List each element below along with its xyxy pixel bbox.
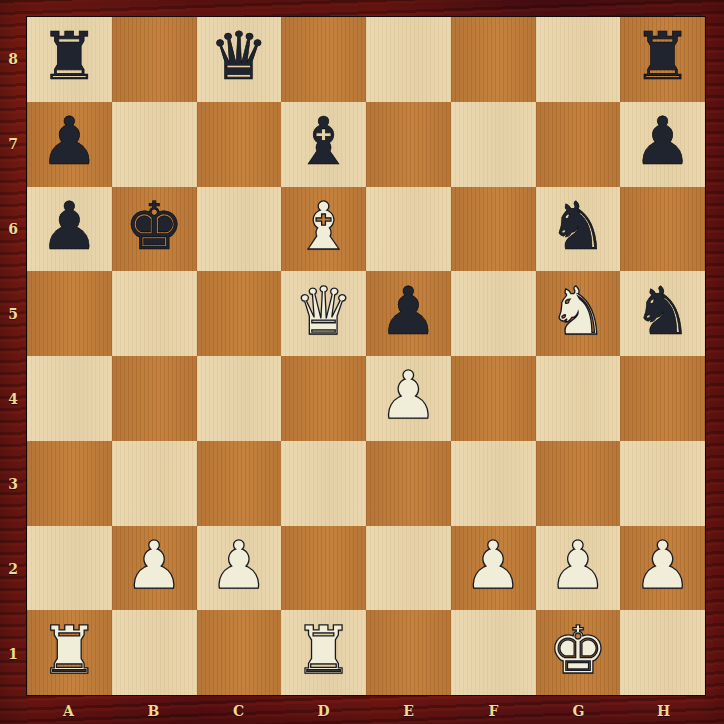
square-d7[interactable]: ♝: [281, 102, 366, 187]
file-label-g: G: [536, 697, 621, 724]
square-f2[interactable]: ♟: [451, 526, 536, 611]
white-knight-g5[interactable]: ♞: [548, 279, 607, 345]
square-d8[interactable]: [281, 17, 366, 102]
square-b3[interactable]: [112, 441, 197, 526]
square-e6[interactable]: [366, 187, 451, 272]
square-d1[interactable]: ♜: [281, 610, 366, 695]
rank-label-1: 1: [0, 611, 26, 696]
square-d3[interactable]: [281, 441, 366, 526]
square-b4[interactable]: [112, 356, 197, 441]
square-e1[interactable]: [366, 610, 451, 695]
square-b7[interactable]: [112, 102, 197, 187]
square-d4[interactable]: [281, 356, 366, 441]
square-h6[interactable]: [620, 187, 705, 272]
rank-label-4: 4: [0, 356, 26, 441]
white-pawn-c2[interactable]: ♟: [209, 533, 268, 599]
rank-label-8: 8: [0, 16, 26, 101]
board: ♜♛♜♟♝♟♟♚♝♞♛♟♞♞♟♟♟♟♟♟♜♜♚: [26, 16, 706, 696]
square-e4[interactable]: ♟: [366, 356, 451, 441]
square-b8[interactable]: [112, 17, 197, 102]
rank-labels: 87654321: [0, 16, 26, 696]
white-pawn-e4[interactable]: ♟: [379, 363, 438, 429]
black-pawn-a7[interactable]: ♟: [40, 109, 99, 175]
white-rook-d1[interactable]: ♜: [294, 618, 353, 684]
square-d2[interactable]: [281, 526, 366, 611]
square-a7[interactable]: ♟: [27, 102, 112, 187]
square-f8[interactable]: [451, 17, 536, 102]
black-queen-c8[interactable]: ♛: [209, 24, 268, 90]
square-e5[interactable]: ♟: [366, 271, 451, 356]
square-f7[interactable]: [451, 102, 536, 187]
rank-label-2: 2: [0, 526, 26, 611]
square-e3[interactable]: [366, 441, 451, 526]
square-a3[interactable]: [27, 441, 112, 526]
square-c5[interactable]: [197, 271, 282, 356]
file-label-e: E: [366, 697, 451, 724]
rank-label-6: 6: [0, 186, 26, 271]
white-bishop-d6[interactable]: ♝: [294, 194, 353, 260]
file-label-a: A: [26, 697, 111, 724]
square-c6[interactable]: [197, 187, 282, 272]
file-label-h: H: [621, 697, 706, 724]
white-queen-d5[interactable]: ♛: [294, 279, 353, 345]
file-label-b: B: [111, 697, 196, 724]
square-g8[interactable]: [536, 17, 621, 102]
square-g1[interactable]: ♚: [536, 610, 621, 695]
black-pawn-e5[interactable]: ♟: [379, 279, 438, 345]
square-f6[interactable]: [451, 187, 536, 272]
square-d5[interactable]: ♛: [281, 271, 366, 356]
square-h2[interactable]: ♟: [620, 526, 705, 611]
white-pawn-h2[interactable]: ♟: [633, 533, 692, 599]
square-h5[interactable]: ♞: [620, 271, 705, 356]
square-c1[interactable]: [197, 610, 282, 695]
square-b6[interactable]: ♚: [112, 187, 197, 272]
black-rook-a8[interactable]: ♜: [40, 24, 99, 90]
square-h7[interactable]: ♟: [620, 102, 705, 187]
square-g5[interactable]: ♞: [536, 271, 621, 356]
square-f5[interactable]: [451, 271, 536, 356]
square-c3[interactable]: [197, 441, 282, 526]
square-f4[interactable]: [451, 356, 536, 441]
square-g7[interactable]: [536, 102, 621, 187]
black-bishop-d7[interactable]: ♝: [294, 109, 353, 175]
square-h4[interactable]: [620, 356, 705, 441]
square-f1[interactable]: [451, 610, 536, 695]
square-c2[interactable]: ♟: [197, 526, 282, 611]
square-h8[interactable]: ♜: [620, 17, 705, 102]
rank-label-3: 3: [0, 441, 26, 526]
file-label-c: C: [196, 697, 281, 724]
square-c8[interactable]: ♛: [197, 17, 282, 102]
rank-label-5: 5: [0, 271, 26, 356]
square-e7[interactable]: [366, 102, 451, 187]
square-g3[interactable]: [536, 441, 621, 526]
square-a6[interactable]: ♟: [27, 187, 112, 272]
white-rook-a1[interactable]: ♜: [40, 618, 99, 684]
square-b5[interactable]: [112, 271, 197, 356]
black-king-b6[interactable]: ♚: [125, 194, 184, 260]
white-pawn-b2[interactable]: ♟: [125, 533, 184, 599]
square-c4[interactable]: [197, 356, 282, 441]
square-d6[interactable]: ♝: [281, 187, 366, 272]
square-b2[interactable]: ♟: [112, 526, 197, 611]
file-labels: ABCDEFGH: [26, 697, 706, 724]
square-g2[interactable]: ♟: [536, 526, 621, 611]
square-g6[interactable]: ♞: [536, 187, 621, 272]
white-pawn-f2[interactable]: ♟: [464, 533, 523, 599]
square-g4[interactable]: [536, 356, 621, 441]
white-pawn-g2[interactable]: ♟: [548, 533, 607, 599]
square-b1[interactable]: [112, 610, 197, 695]
square-a2[interactable]: [27, 526, 112, 611]
black-pawn-h7[interactable]: ♟: [633, 109, 692, 175]
square-h3[interactable]: [620, 441, 705, 526]
square-h1[interactable]: [620, 610, 705, 695]
board-frame: 87654321 ♜♛♜♟♝♟♟♚♝♞♛♟♞♞♟♟♟♟♟♟♜♜♚ ABCDEFG…: [0, 0, 724, 724]
black-rook-h8[interactable]: ♜: [633, 24, 692, 90]
rank-label-7: 7: [0, 101, 26, 186]
square-a8[interactable]: ♜: [27, 17, 112, 102]
black-knight-h5[interactable]: ♞: [633, 279, 692, 345]
square-c7[interactable]: [197, 102, 282, 187]
square-e2[interactable]: [366, 526, 451, 611]
square-f3[interactable]: [451, 441, 536, 526]
square-a1[interactable]: ♜: [27, 610, 112, 695]
square-e8[interactable]: [366, 17, 451, 102]
black-pawn-a6[interactable]: ♟: [40, 194, 99, 260]
file-label-d: D: [281, 697, 366, 724]
file-label-f: F: [451, 697, 536, 724]
square-a5[interactable]: [27, 271, 112, 356]
black-knight-g6[interactable]: ♞: [548, 194, 607, 260]
white-king-g1[interactable]: ♚: [548, 618, 607, 684]
square-a4[interactable]: [27, 356, 112, 441]
